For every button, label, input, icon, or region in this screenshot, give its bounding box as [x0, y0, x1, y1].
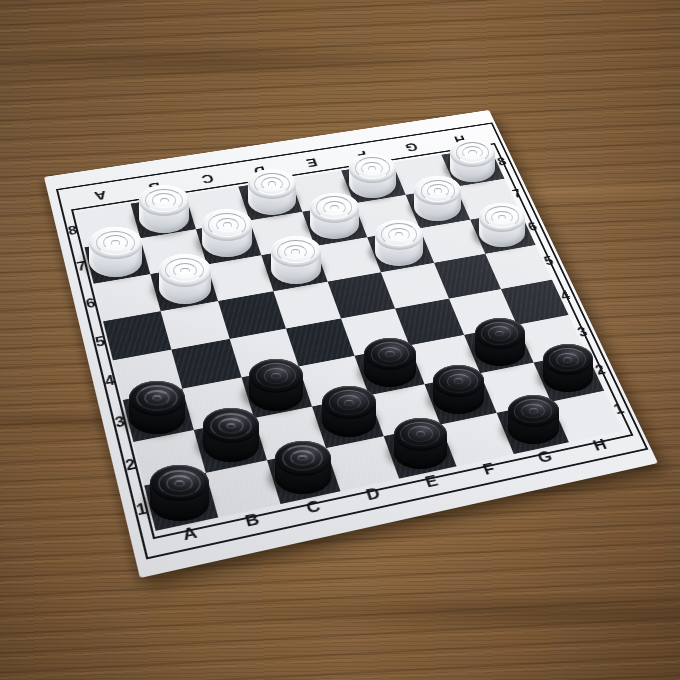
- white-checker[interactable]: [89, 227, 142, 277]
- embossed-ring-inner: [223, 222, 232, 228]
- black-checker[interactable]: [249, 359, 303, 411]
- white-checker[interactable]: [202, 209, 253, 257]
- piece-top-face: [248, 169, 297, 199]
- embossed-ring-inner: [226, 423, 236, 429]
- piece-top-face: [249, 359, 303, 393]
- piece-top-face: [375, 220, 424, 250]
- piece-top-face: [349, 154, 396, 183]
- piece-top-face: [450, 139, 496, 167]
- embossed-ring-inner: [498, 215, 506, 220]
- piece-top-face: [275, 441, 331, 476]
- white-checker[interactable]: [159, 254, 212, 304]
- black-checker[interactable]: [433, 365, 485, 414]
- black-checker[interactable]: [508, 395, 560, 444]
- white-checker[interactable]: [375, 220, 424, 266]
- black-checker[interactable]: [150, 465, 209, 521]
- embossed-ring-inner: [344, 400, 354, 406]
- piece-top-face: [479, 203, 526, 232]
- white-checker[interactable]: [414, 176, 461, 221]
- embossed-ring-inner: [434, 188, 442, 193]
- embossed-ring-inner: [111, 240, 120, 246]
- piece-top-face: [475, 318, 525, 349]
- embossed-ring-inner: [291, 249, 300, 255]
- piece-top-face: [89, 227, 142, 260]
- white-checker[interactable]: [271, 236, 322, 284]
- embossed-ring-inner: [160, 198, 169, 204]
- black-checker[interactable]: [394, 418, 448, 469]
- pieces-layer: [0, 0, 680, 680]
- black-checker[interactable]: [364, 338, 416, 387]
- embossed-ring-inner: [529, 408, 538, 414]
- piece-top-face: [543, 344, 593, 375]
- embossed-ring-inner: [271, 373, 281, 379]
- embossed-ring-inner: [268, 181, 277, 186]
- black-checker[interactable]: [275, 441, 331, 494]
- black-checker[interactable]: [475, 318, 525, 366]
- black-checker[interactable]: [543, 344, 593, 391]
- piece-top-face: [203, 408, 259, 443]
- white-checker[interactable]: [450, 139, 496, 182]
- piece-top-face: [310, 193, 359, 223]
- piece-top-face: [508, 395, 560, 427]
- scene: AABBCCDDEEFFGGHH8877665544332211: [0, 0, 680, 680]
- piece-top-face: [202, 209, 253, 240]
- embossed-ring-inner: [468, 150, 476, 155]
- piece-top-face: [394, 418, 448, 451]
- embossed-ring-inner: [385, 351, 394, 357]
- black-checker[interactable]: [129, 381, 186, 435]
- black-checker[interactable]: [203, 408, 259, 461]
- white-checker[interactable]: [139, 185, 190, 233]
- white-checker[interactable]: [310, 193, 359, 239]
- piece-top-face: [159, 254, 212, 287]
- white-checker[interactable]: [479, 203, 526, 248]
- piece-top-face: [129, 381, 186, 416]
- white-checker[interactable]: [248, 169, 297, 216]
- embossed-ring-inner: [563, 357, 572, 363]
- black-checker[interactable]: [322, 386, 376, 437]
- embossed-ring-inner: [180, 268, 189, 274]
- embossed-ring-inner: [174, 480, 185, 487]
- embossed-ring-inner: [297, 455, 307, 461]
